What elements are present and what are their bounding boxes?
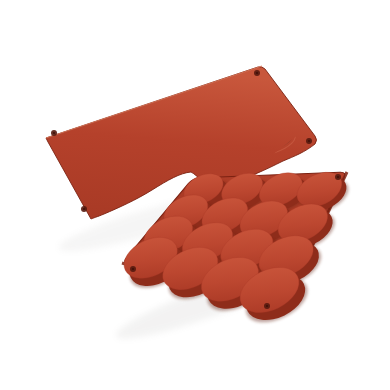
corner-hole-center xyxy=(266,305,268,307)
product-image xyxy=(0,0,390,390)
corner-hole-center xyxy=(132,268,134,270)
corner-hole-center xyxy=(308,140,310,142)
silicone-mould-photo xyxy=(0,0,390,390)
corner-hole-center xyxy=(83,208,85,210)
corner-hole-center xyxy=(53,132,55,134)
corner-hole-center xyxy=(256,72,258,74)
corner-hole-center xyxy=(337,176,339,178)
